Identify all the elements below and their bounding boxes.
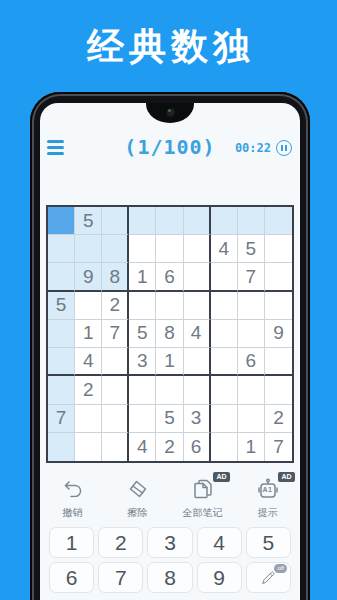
sudoku-cell-r4c8[interactable] xyxy=(238,292,265,320)
sudoku-cell-r3c9[interactable] xyxy=(265,263,292,291)
sudoku-cell-r9c1[interactable] xyxy=(48,433,75,461)
numpad: 12345 6789 off xyxy=(49,527,291,593)
sudoku-cell-r4c5[interactable] xyxy=(156,292,183,320)
sudoku-cell-r2c5[interactable] xyxy=(156,235,183,263)
sudoku-cell-r8c1[interactable]: 7 xyxy=(48,405,75,433)
robot-face-text: A1 xyxy=(261,486,275,493)
sudoku-cell-r7c8[interactable] xyxy=(238,376,265,404)
sudoku-cell-r1c6[interactable] xyxy=(184,207,211,235)
sudoku-cell-r7c7[interactable] xyxy=(211,376,238,404)
sudoku-cell-r4c2[interactable] xyxy=(75,292,102,320)
all-notes-button[interactable]: AD 全部笔记 xyxy=(170,477,235,520)
camera-icon xyxy=(165,107,175,117)
sudoku-cell-r8c7[interactable] xyxy=(211,405,238,433)
sudoku-cell-r5c8[interactable] xyxy=(238,320,265,348)
sudoku-cell-r2c8[interactable]: 5 xyxy=(238,235,265,263)
sudoku-cell-r7c2[interactable]: 2 xyxy=(75,376,102,404)
sudoku-cell-r4c3[interactable]: 2 xyxy=(102,292,129,320)
numpad-key-9[interactable]: 9 xyxy=(197,562,242,593)
hint-label: 提示 xyxy=(258,506,278,520)
phone-mockup: (1/100) 00:22 54598167521758494316275324… xyxy=(30,92,310,600)
sudoku-cell-r3c1[interactable] xyxy=(48,263,75,291)
page: 经典数独 (1/100) 00:22 545981675217584943162… xyxy=(0,0,337,600)
toolbar: 撤销 擦除 AD 全部笔记 xyxy=(40,477,300,520)
sudoku-cell-r2c3[interactable] xyxy=(102,235,129,263)
sudoku-cell-r2c7[interactable]: 4 xyxy=(211,235,238,263)
sudoku-cell-r6c3[interactable] xyxy=(102,348,129,376)
sudoku-cell-r2c4[interactable] xyxy=(129,235,156,263)
sudoku-cell-r7c9[interactable] xyxy=(265,376,292,404)
sudoku-cell-r2c6[interactable] xyxy=(184,235,211,263)
numpad-key-1[interactable]: 1 xyxy=(49,527,94,558)
sudoku-cell-r5c5[interactable]: 8 xyxy=(156,320,183,348)
sudoku-cell-r4c7[interactable] xyxy=(211,292,238,320)
sudoku-cell-r1c2[interactable]: 5 xyxy=(75,207,102,235)
sudoku-cell-r1c8[interactable] xyxy=(238,207,265,235)
numpad-row-2: 6789 off xyxy=(49,562,291,593)
top-bar: (1/100) 00:22 xyxy=(40,133,300,163)
sudoku-cell-r3c8[interactable]: 7 xyxy=(238,263,265,291)
sudoku-cell-r8c6[interactable]: 3 xyxy=(184,405,211,433)
eraser-icon xyxy=(126,477,150,501)
sudoku-cell-r4c9[interactable] xyxy=(265,292,292,320)
sudoku-cell-r1c3[interactable] xyxy=(102,207,129,235)
sudoku-cell-r7c1[interactable] xyxy=(48,376,75,404)
undo-icon xyxy=(61,477,85,501)
sudoku-cell-r6c5[interactable]: 1 xyxy=(156,348,183,376)
sudoku-cell-r9c3[interactable] xyxy=(102,433,129,461)
sudoku-cell-r8c8[interactable] xyxy=(238,405,265,433)
sudoku-cell-r4c4[interactable] xyxy=(129,292,156,320)
sudoku-cell-r5c3[interactable]: 7 xyxy=(102,320,129,348)
numpad-key-2[interactable]: 2 xyxy=(98,527,143,558)
notes-icon: AD xyxy=(191,477,215,501)
sudoku-cell-r4c1[interactable]: 5 xyxy=(48,292,75,320)
sudoku-cell-r6c2[interactable]: 4 xyxy=(75,348,102,376)
sudoku-cell-r5c4[interactable]: 5 xyxy=(129,320,156,348)
sudoku-cell-r9c7[interactable] xyxy=(211,433,238,461)
sudoku-cell-r7c3[interactable] xyxy=(102,376,129,404)
sudoku-cell-r3c2[interactable]: 9 xyxy=(75,263,102,291)
robot-hint-icon: A1 AD xyxy=(256,477,280,501)
sudoku-cell-r8c5[interactable]: 5 xyxy=(156,405,183,433)
undo-label: 撤销 xyxy=(63,506,83,520)
numpad-key-6[interactable]: 6 xyxy=(49,562,94,593)
numpad-row-1: 12345 xyxy=(49,527,291,558)
sudoku-cell-r6c8[interactable]: 6 xyxy=(238,348,265,376)
timer-value: 00:22 xyxy=(235,141,271,155)
sudoku-cell-r8c4[interactable] xyxy=(129,405,156,433)
sudoku-board: 545981675217584943162753242617 xyxy=(46,205,294,463)
sudoku-cell-r7c5[interactable] xyxy=(156,376,183,404)
sudoku-cell-r3c7[interactable] xyxy=(211,263,238,291)
sudoku-cell-r6c6[interactable] xyxy=(184,348,211,376)
sudoku-cell-r5c6[interactable]: 4 xyxy=(184,320,211,348)
sudoku-cell-r2c1[interactable] xyxy=(48,235,75,263)
sudoku-cell-r9c4[interactable]: 4 xyxy=(129,433,156,461)
pause-button[interactable] xyxy=(276,140,292,156)
app-title: 经典数独 xyxy=(0,22,337,72)
numpad-key-5[interactable]: 5 xyxy=(246,527,291,558)
sudoku-cell-r9c5[interactable]: 2 xyxy=(156,433,183,461)
numpad-key-7[interactable]: 7 xyxy=(98,562,143,593)
sudoku-cell-r5c1[interactable] xyxy=(48,320,75,348)
sudoku-cell-r2c2[interactable] xyxy=(75,235,102,263)
pencil-button[interactable]: off xyxy=(246,562,291,593)
phone-notch xyxy=(146,103,194,123)
sudoku-cell-r6c9[interactable] xyxy=(265,348,292,376)
sudoku-cell-r1c9[interactable] xyxy=(265,207,292,235)
sudoku-cell-r9c6[interactable]: 6 xyxy=(184,433,211,461)
sudoku-cell-r6c4[interactable]: 3 xyxy=(129,348,156,376)
sudoku-cell-r9c2[interactable] xyxy=(75,433,102,461)
sudoku-cell-r5c2[interactable]: 1 xyxy=(75,320,102,348)
hint-button[interactable]: A1 AD 提示 xyxy=(235,477,300,520)
sudoku-cell-r1c4[interactable] xyxy=(129,207,156,235)
sudoku-cell-r6c7[interactable] xyxy=(211,348,238,376)
sudoku-cell-r7c4[interactable] xyxy=(129,376,156,404)
sudoku-cell-r4c6[interactable] xyxy=(184,292,211,320)
sudoku-cell-r9c9[interactable]: 7 xyxy=(265,433,292,461)
sudoku-cell-r9c8[interactable]: 1 xyxy=(238,433,265,461)
numpad-key-4[interactable]: 4 xyxy=(197,527,242,558)
pencil-off-badge: off xyxy=(274,564,287,573)
sudoku-cell-r3c5[interactable]: 6 xyxy=(156,263,183,291)
timer-area: 00:22 xyxy=(235,140,292,156)
sudoku-cell-r8c9[interactable]: 2 xyxy=(265,405,292,433)
sudoku-cell-r5c9[interactable]: 9 xyxy=(265,320,292,348)
all-notes-label: 全部笔记 xyxy=(183,506,223,520)
sudoku-cell-r1c1[interactable] xyxy=(48,207,75,235)
numpad-key-8[interactable]: 8 xyxy=(147,562,192,593)
sudoku-cell-r8c3[interactable] xyxy=(102,405,129,433)
sudoku-cell-r8c2[interactable] xyxy=(75,405,102,433)
ad-badge: AD xyxy=(278,472,294,482)
sudoku-cell-r3c4[interactable]: 1 xyxy=(129,263,156,291)
ad-badge: AD xyxy=(213,472,229,482)
phone-screen: (1/100) 00:22 54598167521758494316275324… xyxy=(40,103,300,600)
erase-button[interactable]: 擦除 xyxy=(105,477,170,520)
erase-label: 擦除 xyxy=(128,506,148,520)
undo-button[interactable]: 撤销 xyxy=(40,477,105,520)
sudoku-cell-r3c6[interactable] xyxy=(184,263,211,291)
sudoku-cell-r6c1[interactable] xyxy=(48,348,75,376)
numpad-key-3[interactable]: 3 xyxy=(147,527,192,558)
sudoku-cell-r7c6[interactable] xyxy=(184,376,211,404)
sudoku-cell-r1c7[interactable] xyxy=(211,207,238,235)
sudoku-cell-r2c9[interactable] xyxy=(265,235,292,263)
sudoku-cell-r5c7[interactable] xyxy=(211,320,238,348)
sudoku-cell-r3c3[interactable]: 8 xyxy=(102,263,129,291)
sudoku-cell-r1c5[interactable] xyxy=(156,207,183,235)
